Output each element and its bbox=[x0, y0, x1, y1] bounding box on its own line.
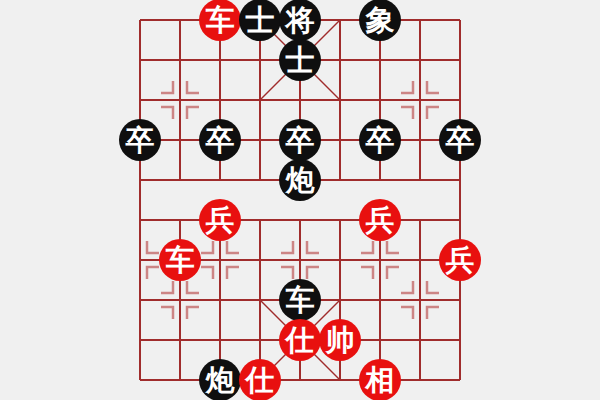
piece-black-soldier[interactable]: 卒 bbox=[199, 119, 241, 161]
piece-red-general[interactable]: 帅 bbox=[319, 319, 361, 361]
piece-red-elephant[interactable]: 相 bbox=[359, 359, 401, 400]
piece-black-soldier[interactable]: 卒 bbox=[119, 119, 161, 161]
piece-black-soldier[interactable]: 卒 bbox=[439, 119, 481, 161]
piece-black-cannon[interactable]: 炮 bbox=[279, 159, 321, 201]
piece-red-advisor[interactable]: 仕 bbox=[279, 319, 321, 361]
piece-black-advisor[interactable]: 士 bbox=[239, 0, 281, 41]
piece-red-advisor[interactable]: 仕 bbox=[239, 359, 281, 400]
piece-black-soldier[interactable]: 卒 bbox=[359, 119, 401, 161]
pieces-layer: 车士将象士卒卒卒卒卒炮兵兵车兵车仕帅炮仕相 bbox=[0, 0, 600, 400]
piece-red-soldier[interactable]: 兵 bbox=[199, 199, 241, 241]
piece-red-soldier[interactable]: 兵 bbox=[359, 199, 401, 241]
piece-red-soldier[interactable]: 兵 bbox=[439, 239, 481, 281]
piece-black-advisor[interactable]: 士 bbox=[279, 39, 321, 81]
piece-black-soldier[interactable]: 卒 bbox=[279, 119, 321, 161]
piece-red-chariot[interactable]: 车 bbox=[199, 0, 241, 41]
piece-black-chariot[interactable]: 车 bbox=[279, 279, 321, 321]
piece-black-general[interactable]: 将 bbox=[279, 0, 321, 41]
piece-red-chariot[interactable]: 车 bbox=[159, 239, 201, 281]
piece-black-cannon[interactable]: 炮 bbox=[199, 359, 241, 400]
xiangqi-board[interactable]: 车士将象士卒卒卒卒卒炮兵兵车兵车仕帅炮仕相 bbox=[0, 0, 600, 400]
piece-black-elephant[interactable]: 象 bbox=[359, 0, 401, 41]
